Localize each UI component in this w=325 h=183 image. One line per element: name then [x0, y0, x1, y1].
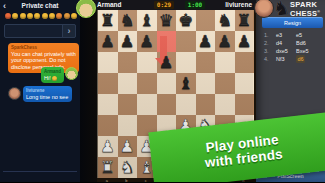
black-pawn-g7[interactable]: ♟: [215, 31, 235, 52]
square-g6[interactable]: [215, 52, 235, 73]
white-pawn-b2[interactable]: ♟: [118, 136, 138, 157]
black-king-e8[interactable]: ♚: [176, 10, 196, 31]
square-f5[interactable]: [196, 73, 216, 94]
black-clock: 1:00: [185, 1, 205, 9]
square-b2[interactable]: ♟: [118, 136, 138, 157]
smile-emoji-icon: [52, 76, 57, 81]
black-pawn-a7[interactable]: ♟: [98, 31, 118, 52]
black-move[interactable]: Bd6: [296, 39, 306, 47]
square-a1[interactable]: ♜: [98, 157, 118, 178]
surprised-emoji-icon[interactable]: [34, 13, 40, 19]
white-move[interactable]: Nf3: [276, 55, 296, 63]
square-b4[interactable]: [118, 94, 138, 115]
own-chat-message: Armand Hi!: [41, 67, 64, 83]
square-b7[interactable]: ♟: [118, 31, 138, 52]
move-number: 2.: [264, 39, 276, 47]
square-e8[interactable]: ♚: [176, 10, 196, 31]
square-a3[interactable]: [98, 115, 118, 136]
thumbs-down-emoji-icon[interactable]: [71, 13, 77, 19]
square-b1[interactable]: ♞: [118, 157, 138, 178]
black-rook-a8[interactable]: ♜: [98, 10, 118, 31]
move-number: 3.: [264, 47, 276, 55]
square-e6[interactable]: [176, 52, 196, 73]
square-c4[interactable]: [137, 94, 157, 115]
white-move[interactable]: e3: [276, 31, 296, 39]
black-bishop-e5[interactable]: ♝: [176, 73, 196, 94]
smiling-emoji-icon[interactable]: [27, 13, 33, 19]
square-e5[interactable]: ♝: [176, 73, 196, 94]
square-a8[interactable]: ♜: [98, 10, 118, 31]
square-d5[interactable]: [157, 73, 177, 94]
own-avatar: [65, 67, 78, 80]
file-label-b: b: [117, 179, 137, 183]
black-pawn-c7[interactable]: ♟: [137, 31, 157, 52]
message-text: Long time no see: [26, 94, 69, 101]
square-g5[interactable]: [215, 73, 235, 94]
square-c7[interactable]: ♟: [137, 31, 157, 52]
chat-divider: [3, 171, 77, 172]
white-move[interactable]: dxe5: [276, 47, 296, 55]
black-pawn-h7[interactable]: ♟: [235, 31, 255, 52]
move-number: 4.: [264, 55, 276, 63]
sparkchess-logo: SPARK CHESS®: [290, 1, 320, 17]
square-b6[interactable]: [118, 52, 138, 73]
move-row[interactable]: 2. d4 Bd6: [264, 39, 322, 47]
opponent-avatar: [8, 87, 21, 100]
message-text: Hi!: [44, 75, 61, 82]
crying-emoji-icon[interactable]: [49, 13, 55, 19]
move-row[interactable]: 1. e3 e5: [264, 31, 322, 39]
black-player-name: liviurene: [212, 1, 252, 9]
chat-title: Private chat: [0, 2, 80, 9]
logo-line2: CHESS®: [290, 9, 320, 18]
black-pawn-f7[interactable]: ♟: [196, 31, 216, 52]
black-bishop-c8[interactable]: ♝: [137, 10, 157, 31]
blush-emoji-icon[interactable]: [5, 13, 11, 19]
square-d8[interactable]: ♛: [157, 10, 177, 31]
square-c6[interactable]: [137, 52, 157, 73]
black-queen-d8[interactable]: ♛: [157, 10, 177, 31]
square-h8[interactable]: ♜: [235, 10, 255, 31]
angry-emoji-icon[interactable]: [56, 13, 62, 19]
black-rook-h8[interactable]: ♜: [235, 10, 255, 31]
square-b3[interactable]: [118, 115, 138, 136]
black-pawn-d6[interactable]: ♟: [157, 52, 177, 73]
square-e4[interactable]: [176, 94, 196, 115]
thumbs-up-emoji-icon[interactable]: [64, 13, 70, 19]
square-f6[interactable]: [196, 52, 216, 73]
move-row[interactable]: 4. Nf3 d6: [264, 55, 322, 63]
square-h4[interactable]: [235, 94, 255, 115]
square-a7[interactable]: ♟: [98, 31, 118, 52]
square-a4[interactable]: [98, 94, 118, 115]
move-list: 1. e3 e5 2. d4 Bd6 3. dxe5 Bxe5 4. Nf3 d…: [264, 31, 322, 63]
square-a2[interactable]: ♟: [98, 136, 118, 157]
grin-emoji-icon[interactable]: [12, 13, 18, 19]
square-g7[interactable]: ♟: [215, 31, 235, 52]
square-a5[interactable]: [98, 73, 118, 94]
square-d4[interactable]: [157, 94, 177, 115]
private-chat-panel: ‹ Private chat › SparkChess You can chat…: [0, 0, 80, 182]
square-f4[interactable]: [196, 94, 216, 115]
square-c8[interactable]: ♝: [137, 10, 157, 31]
opponent-chat-message: liviurene Long time no see: [23, 86, 72, 102]
square-b8[interactable]: ♞: [118, 10, 138, 31]
logo-line1: SPARK: [290, 1, 320, 9]
chat-header: ‹ Private chat: [0, 0, 80, 12]
file-label-c: c: [136, 179, 156, 183]
black-move[interactable]: Bxe5: [296, 47, 309, 55]
black-knight-g8[interactable]: ♞: [215, 10, 235, 31]
move-number: 1.: [264, 31, 276, 39]
wink-emoji-icon[interactable]: [42, 13, 48, 19]
black-knight-b8[interactable]: ♞: [118, 10, 138, 31]
black-pawn-b7[interactable]: ♟: [118, 31, 138, 52]
emoji-row: [5, 13, 77, 21]
black-move[interactable]: e5: [296, 31, 302, 39]
square-f7[interactable]: ♟: [196, 31, 216, 52]
send-button[interactable]: ›: [62, 24, 76, 38]
laughing-emoji-icon[interactable]: [20, 13, 26, 19]
white-clock: 0:29: [154, 1, 174, 9]
white-move[interactable]: d4: [276, 39, 296, 47]
square-h7[interactable]: ♟: [235, 31, 255, 52]
white-player-name: Armand: [97, 1, 122, 9]
sparkchess-app: ♜♞♝♛♚♞♜♟♟♟♟♟♟♟♝♟♞♟♟♟♟♟♟♜♞♝♛♚♝♜ abcdefgh …: [0, 0, 325, 182]
square-b5[interactable]: [118, 73, 138, 94]
square-g4[interactable]: [215, 94, 235, 115]
file-label-a: a: [97, 179, 117, 183]
move-row[interactable]: 3. dxe5 Bxe5: [264, 47, 322, 55]
panel-gap: [80, 0, 97, 182]
registered-mark: ®: [317, 10, 320, 14]
square-h5[interactable]: [235, 73, 255, 94]
player-bar: Armand 0:29 1:00 liviurene: [80, 0, 256, 10]
white-rook-a1[interactable]: ♜: [98, 157, 118, 178]
square-a6[interactable]: [98, 52, 118, 73]
square-e7[interactable]: [176, 31, 196, 52]
square-g8[interactable]: ♞: [215, 10, 235, 31]
square-f8[interactable]: [196, 10, 216, 31]
square-d6[interactable]: ♟: [157, 52, 177, 73]
white-pawn-a2[interactable]: ♟: [98, 136, 118, 157]
square-c5[interactable]: [137, 73, 157, 94]
white-knight-b1[interactable]: ♞: [118, 157, 138, 178]
last-move[interactable]: d6: [296, 55, 305, 63]
resign-button[interactable]: Resign: [262, 17, 323, 28]
square-h6[interactable]: [235, 52, 255, 73]
